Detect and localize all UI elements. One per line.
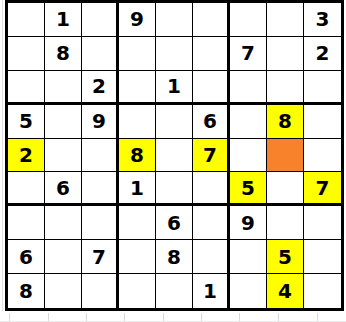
- cell-r6c5[interactable]: [156, 172, 193, 206]
- cell-r4c6[interactable]: 6: [193, 105, 230, 139]
- cell-r6c1[interactable]: [8, 172, 45, 206]
- cell-r1c7[interactable]: [230, 3, 267, 37]
- cell-r7c8[interactable]: [267, 206, 304, 240]
- cell-r5c8[interactable]: [267, 139, 304, 173]
- cell-r1c8[interactable]: [267, 3, 304, 37]
- cell-r1c1[interactable]: [8, 3, 45, 37]
- cell-r1c5[interactable]: [156, 3, 193, 37]
- cell-r3c3[interactable]: 2: [82, 71, 119, 105]
- cell-r2c2[interactable]: 8: [45, 37, 82, 71]
- cell-r4c7[interactable]: [230, 105, 267, 139]
- cell-r4c3[interactable]: 9: [82, 105, 119, 139]
- cell-r7c2[interactable]: [45, 206, 82, 240]
- cell-r9c8[interactable]: 4: [267, 274, 304, 308]
- cell-r1c2[interactable]: 1: [45, 3, 82, 37]
- cell-r1c3[interactable]: [82, 3, 119, 37]
- cell-r3c7[interactable]: [230, 71, 267, 105]
- cell-r6c4[interactable]: 1: [119, 172, 156, 206]
- cell-r7c3[interactable]: [82, 206, 119, 240]
- cell-r3c8[interactable]: [267, 71, 304, 105]
- cell-r7c6[interactable]: [193, 206, 230, 240]
- cell-r2c5[interactable]: [156, 37, 193, 71]
- cell-r5c1[interactable]: 2: [8, 139, 45, 173]
- cell-r2c3[interactable]: [82, 37, 119, 71]
- cell-r8c1[interactable]: 6: [8, 240, 45, 274]
- cell-r8c5[interactable]: 8: [156, 240, 193, 274]
- cell-r3c2[interactable]: [45, 71, 82, 105]
- cell-r8c8[interactable]: 5: [267, 240, 304, 274]
- cell-r7c5[interactable]: 6: [156, 206, 193, 240]
- cell-r5c6[interactable]: 7: [193, 139, 230, 173]
- cell-r8c7[interactable]: [230, 240, 267, 274]
- cell-r3c1[interactable]: [8, 71, 45, 105]
- cell-r3c6[interactable]: [193, 71, 230, 105]
- cell-r3c5[interactable]: 1: [156, 71, 193, 105]
- cell-r4c9[interactable]: [304, 105, 341, 139]
- cell-r4c5[interactable]: [156, 105, 193, 139]
- spreadsheet-gridline-left: [2, 0, 3, 311]
- cell-r5c7[interactable]: [230, 139, 267, 173]
- cell-r2c7[interactable]: 7: [230, 37, 267, 71]
- cell-r9c3[interactable]: [82, 274, 119, 308]
- cell-r5c3[interactable]: [82, 139, 119, 173]
- cell-r7c1[interactable]: [8, 206, 45, 240]
- cell-r8c4[interactable]: [119, 240, 156, 274]
- cell-r6c6[interactable]: [193, 172, 230, 206]
- cell-r1c6[interactable]: [193, 3, 230, 37]
- cell-r5c9[interactable]: [304, 139, 341, 173]
- cell-r4c8[interactable]: 8: [267, 105, 304, 139]
- cell-r1c9[interactable]: 3: [304, 3, 341, 37]
- cell-r9c6[interactable]: 1: [193, 274, 230, 308]
- cell-r4c2[interactable]: [45, 105, 82, 139]
- cell-r8c3[interactable]: 7: [82, 240, 119, 274]
- cell-r5c4[interactable]: 8: [119, 139, 156, 173]
- cell-r2c6[interactable]: [193, 37, 230, 71]
- cell-r7c7[interactable]: 9: [230, 206, 267, 240]
- cell-r6c9[interactable]: 7: [304, 172, 341, 206]
- cell-r2c4[interactable]: [119, 37, 156, 71]
- cell-r9c9[interactable]: [304, 274, 341, 308]
- cell-r4c1[interactable]: 5: [8, 105, 45, 139]
- cell-r8c6[interactable]: [193, 240, 230, 274]
- cell-r9c5[interactable]: [156, 274, 193, 308]
- cell-r9c2[interactable]: [45, 274, 82, 308]
- cell-r8c2[interactable]: [45, 240, 82, 274]
- cell-r2c8[interactable]: [267, 37, 304, 71]
- sudoku-screen: 1938722159682876157696785814: [0, 0, 346, 322]
- cell-r6c8[interactable]: [267, 172, 304, 206]
- cell-r5c2[interactable]: [45, 139, 82, 173]
- cell-r3c9[interactable]: [304, 71, 341, 105]
- cell-r9c4[interactable]: [119, 274, 156, 308]
- cell-r2c9[interactable]: 2: [304, 37, 341, 71]
- cell-r2c1[interactable]: [8, 37, 45, 71]
- cell-r8c9[interactable]: [304, 240, 341, 274]
- cell-r9c7[interactable]: [230, 274, 267, 308]
- cell-r6c2[interactable]: 6: [45, 172, 82, 206]
- cell-r1c4[interactable]: 9: [119, 3, 156, 37]
- cell-r6c7[interactable]: 5: [230, 172, 267, 206]
- cell-r3c4[interactable]: [119, 71, 156, 105]
- cell-r4c4[interactable]: [119, 105, 156, 139]
- sudoku-board: 1938722159682876157696785814: [5, 0, 344, 311]
- cell-r9c1[interactable]: 8: [8, 274, 45, 308]
- cell-r7c9[interactable]: [304, 206, 341, 240]
- cell-r7c4[interactable]: [119, 206, 156, 240]
- cell-r5c5[interactable]: [156, 139, 193, 173]
- cell-r6c3[interactable]: [82, 172, 119, 206]
